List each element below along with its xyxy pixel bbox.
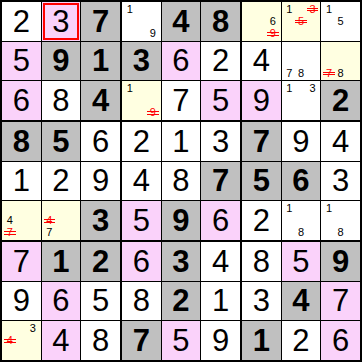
solved-digit: 2 — [253, 205, 270, 236]
candidate: 1 — [284, 82, 296, 94]
cell-r9c6[interactable]: 9 — [201, 321, 240, 360]
solved-digit: 6 — [212, 205, 229, 236]
given-digit: 3 — [92, 205, 109, 236]
solved-digit: 6 — [13, 85, 30, 116]
cell-r4c3[interactable]: 6 — [81, 122, 120, 161]
eliminated-candidate: 4 — [44, 215, 56, 227]
pencilmarks: 34 — [4, 322, 39, 359]
given-digit: 7 — [92, 6, 109, 37]
cell-r2c4[interactable]: 3 — [122, 42, 161, 81]
cell-r6c4[interactable]: 5 — [122, 201, 161, 240]
cell-r4c7[interactable]: 7 — [242, 122, 281, 161]
solved-digit: 5 — [212, 85, 229, 116]
box-2-2: 213487596 — [122, 122, 240, 240]
pencilmarks: 78 — [323, 43, 358, 80]
candidate: 1 — [284, 202, 296, 214]
cell-r7c6[interactable]: 4 — [201, 242, 240, 281]
pencilmarks: 78 — [284, 43, 319, 80]
pencilmarks: 135 — [284, 3, 319, 40]
candidate: 8 — [335, 227, 347, 239]
solved-digit: 5 — [292, 246, 309, 277]
cell-r6c5[interactable]: 9 — [162, 201, 201, 240]
solved-digit: 4 — [212, 246, 229, 277]
cell-r6c7[interactable]: 2 — [242, 201, 281, 240]
given-digit: 1 — [253, 325, 270, 356]
candidate: 1 — [323, 3, 335, 15]
candidate: 1 — [124, 82, 136, 94]
pencilmarks: 19 — [124, 3, 159, 40]
cell-r7c1[interactable]: 7 — [2, 242, 41, 281]
given-digit: 4 — [292, 285, 309, 316]
box-3-1: 7129653448 — [2, 242, 120, 360]
candidate: 3 — [307, 82, 319, 94]
candidate: 7 — [284, 67, 296, 79]
candidate: 8 — [335, 67, 347, 79]
given-digit: 3 — [133, 45, 150, 76]
cell-r1c2[interactable]: 3 — [42, 2, 81, 41]
cell-r3c1[interactable]: 6 — [2, 81, 41, 120]
eliminated-candidate: 9 — [147, 107, 159, 119]
cell-r5c4[interactable]: 4 — [122, 162, 161, 201]
cell-r4c1[interactable]: 8 — [2, 122, 41, 161]
cell-r8c2[interactable]: 6 — [42, 282, 81, 321]
cell-r3c4[interactable]: 19 — [122, 81, 161, 120]
solved-digit: 7 — [332, 285, 349, 316]
cell-r9c5[interactable]: 5 — [162, 321, 201, 360]
cell-r8c7[interactable]: 3 — [242, 282, 281, 321]
cell-r1c9[interactable]: 15 — [321, 2, 360, 41]
cell-r3c5[interactable]: 7 — [162, 81, 201, 120]
solved-digit: 4 — [52, 325, 69, 356]
given-digit: 9 — [332, 246, 349, 277]
cell-r4c6[interactable]: 3 — [201, 122, 240, 161]
pencilmarks: 19 — [124, 82, 159, 119]
solved-digit: 8 — [253, 246, 270, 277]
solved-digit: 6 — [92, 126, 109, 157]
candidate: 1 — [124, 3, 136, 15]
pencilmarks: 69 — [244, 3, 279, 40]
given-digit: 7 — [133, 325, 150, 356]
given-digit: 3 — [172, 246, 189, 277]
cell-r9c9[interactable]: 6 — [321, 321, 360, 360]
cell-r5c7[interactable]: 5 — [242, 162, 281, 201]
cell-r3c3[interactable]: 4 — [81, 81, 120, 120]
pencilmarks: 15 — [323, 3, 358, 40]
cell-r7c7[interactable]: 8 — [242, 242, 281, 281]
solved-digit: 6 — [172, 45, 189, 76]
box-3-3: 859347126 — [242, 242, 360, 360]
cell-r7c5[interactable]: 3 — [162, 242, 201, 281]
solved-digit: 1 — [13, 165, 30, 196]
cell-r6c1[interactable]: 47 — [2, 201, 41, 240]
candidate: 4 — [4, 215, 16, 227]
cell-r9c4[interactable]: 7 — [122, 321, 161, 360]
eliminated-candidate: 7 — [4, 227, 16, 239]
pencilmarks: 18 — [284, 202, 319, 239]
cell-r9c2[interactable]: 4 — [42, 321, 81, 360]
given-digit: 9 — [52, 45, 69, 76]
candidate: 6 — [267, 15, 279, 27]
cell-r8c4[interactable]: 8 — [122, 282, 161, 321]
cell-r1c1[interactable]: 2 — [2, 2, 41, 41]
cell-r2c7[interactable]: 4 — [242, 42, 281, 81]
given-digit: 6 — [292, 165, 309, 196]
given-digit: 1 — [52, 246, 69, 277]
solved-digit: 2 — [13, 6, 30, 37]
given-digit: 7 — [253, 126, 270, 157]
solved-digit: 1 — [212, 285, 229, 316]
pencilmarks: 13 — [284, 82, 319, 119]
cell-r6c2[interactable]: 47 — [42, 201, 81, 240]
cell-r8c3[interactable]: 5 — [81, 282, 120, 321]
solved-digit: 5 — [172, 325, 189, 356]
sudoku-board: 2375916841948362197569135154787891328561… — [0, 0, 362, 362]
solved-digit: 8 — [172, 165, 189, 196]
pencilmarks: 18 — [323, 202, 358, 239]
cell-r4c9[interactable]: 4 — [321, 122, 360, 161]
pencilmarks: 47 — [44, 202, 79, 239]
solved-digit: 2 — [212, 45, 229, 76]
cell-r3c7[interactable]: 9 — [242, 81, 281, 120]
cell-r5c2[interactable]: 2 — [42, 162, 81, 201]
cell-r1c7[interactable]: 69 — [242, 2, 281, 41]
candidate: 1 — [323, 202, 335, 214]
cell-r5c5[interactable]: 8 — [162, 162, 201, 201]
candidate: 1 — [284, 3, 296, 15]
cell-r5c6[interactable]: 7 — [201, 162, 240, 201]
box-1-1: 237591684 — [2, 2, 120, 120]
solved-digit: 3 — [212, 126, 229, 157]
solved-digit: 7 — [172, 85, 189, 116]
cell-r8c6[interactable]: 1 — [201, 282, 240, 321]
box-2-1: 85612947473 — [2, 122, 120, 240]
eliminated-candidate: 5 — [295, 15, 307, 27]
eliminated-candidate: 3 — [307, 3, 319, 15]
candidate: 7 — [44, 227, 56, 239]
cell-r2c3[interactable]: 1 — [81, 42, 120, 81]
solved-digit: 5 — [133, 205, 150, 236]
cell-r2c2[interactable]: 9 — [42, 42, 81, 81]
cell-r6c8[interactable]: 18 — [282, 201, 321, 240]
cell-r5c1[interactable]: 1 — [2, 162, 41, 201]
solved-digit: 6 — [332, 325, 349, 356]
cell-r6c6[interactable]: 6 — [201, 201, 240, 240]
solved-digit: 1 — [172, 126, 189, 157]
cell-r3c9[interactable]: 2 — [321, 81, 360, 120]
given-digit: 1 — [92, 45, 109, 76]
cell-r4c5[interactable]: 1 — [162, 122, 201, 161]
solved-digit: 3 — [253, 285, 270, 316]
cell-r1c5[interactable]: 4 — [162, 2, 201, 41]
solved-digit: 9 — [92, 165, 109, 196]
cell-r3c2[interactable]: 8 — [42, 81, 81, 120]
cell-r5c8[interactable]: 6 — [282, 162, 321, 201]
cell-r3c8[interactable]: 13 — [282, 81, 321, 120]
solved-digit: 7 — [13, 246, 30, 277]
solved-digit: 9 — [253, 85, 270, 116]
candidate: 3 — [27, 322, 39, 334]
solved-digit: 4 — [332, 126, 349, 157]
cell-r6c9[interactable]: 18 — [321, 201, 360, 240]
cell-r6c3[interactable]: 3 — [81, 201, 120, 240]
cell-r7c8[interactable]: 5 — [282, 242, 321, 281]
solved-digit: 6 — [52, 285, 69, 316]
solved-digit: 4 — [133, 165, 150, 196]
given-digit: 9 — [172, 205, 189, 236]
solved-digit: 9 — [13, 285, 30, 316]
cell-r9c3[interactable]: 8 — [81, 321, 120, 360]
given-digit: 8 — [13, 126, 30, 157]
box-1-3: 6913515478789132 — [242, 2, 360, 120]
cell-r2c5[interactable]: 6 — [162, 42, 201, 81]
solved-digit: 8 — [133, 285, 150, 316]
cell-r1c6[interactable]: 8 — [201, 2, 240, 41]
solved-digit: 2 — [292, 325, 309, 356]
eliminated-candidate: 9 — [267, 27, 279, 39]
candidate: 9 — [147, 27, 159, 39]
cell-r3c6[interactable]: 5 — [201, 81, 240, 120]
candidate: 8 — [295, 227, 307, 239]
box-3-2: 634821759 — [122, 242, 240, 360]
cell-r7c9[interactable]: 9 — [321, 242, 360, 281]
cell-r1c8[interactable]: 135 — [282, 2, 321, 41]
candidate: 8 — [295, 67, 307, 79]
box-1-2: 19483621975 — [122, 2, 240, 120]
cell-r2c8[interactable]: 78 — [282, 42, 321, 81]
solved-digit: 8 — [52, 85, 69, 116]
given-digit: 8 — [212, 6, 229, 37]
solved-digit: 5 — [92, 285, 109, 316]
cell-r8c8[interactable]: 4 — [282, 282, 321, 321]
given-digit: 2 — [92, 246, 109, 277]
pencilmarks: 47 — [4, 202, 39, 239]
solved-digit: 3 — [332, 165, 349, 196]
cell-r7c4[interactable]: 6 — [122, 242, 161, 281]
solved-digit: 5 — [13, 45, 30, 76]
given-digit: 5 — [253, 165, 270, 196]
given-digit: 4 — [92, 85, 109, 116]
cell-r2c6[interactable]: 2 — [201, 42, 240, 81]
eliminated-candidate: 7 — [323, 67, 335, 79]
cell-r9c8[interactable]: 2 — [282, 321, 321, 360]
cell-r9c1[interactable]: 34 — [2, 321, 41, 360]
cell-r7c3[interactable]: 2 — [81, 242, 120, 281]
solved-digit: 3 — [52, 6, 69, 37]
cell-r4c8[interactable]: 9 — [282, 122, 321, 161]
eliminated-candidate: 4 — [4, 335, 16, 347]
cell-r2c1[interactable]: 5 — [2, 42, 41, 81]
cell-r5c3[interactable]: 9 — [81, 162, 120, 201]
cell-r7c2[interactable]: 1 — [42, 242, 81, 281]
solved-digit: 2 — [133, 126, 150, 157]
solved-digit: 4 — [253, 45, 270, 76]
cell-r9c7[interactable]: 1 — [242, 321, 281, 360]
cell-r2c9[interactable]: 78 — [321, 42, 360, 81]
box-2-3: 79456321818 — [242, 122, 360, 240]
solved-digit: 9 — [292, 126, 309, 157]
given-digit: 5 — [52, 126, 69, 157]
cell-r8c5[interactable]: 2 — [162, 282, 201, 321]
solved-digit: 8 — [92, 325, 109, 356]
solved-digit: 6 — [133, 246, 150, 277]
solved-digit: 2 — [52, 165, 69, 196]
given-digit: 7 — [212, 165, 229, 196]
given-digit: 2 — [172, 285, 189, 316]
given-digit: 2 — [332, 85, 349, 116]
cell-r4c2[interactable]: 5 — [42, 122, 81, 161]
cell-r8c9[interactable]: 7 — [321, 282, 360, 321]
cell-r4c4[interactable]: 2 — [122, 122, 161, 161]
solved-digit: 9 — [212, 325, 229, 356]
given-digit: 4 — [172, 6, 189, 37]
cell-r1c3[interactable]: 7 — [81, 2, 120, 41]
cell-r8c1[interactable]: 9 — [2, 282, 41, 321]
candidate: 5 — [335, 15, 347, 27]
cell-r1c4[interactable]: 19 — [122, 2, 161, 41]
cell-r5c9[interactable]: 3 — [321, 162, 360, 201]
